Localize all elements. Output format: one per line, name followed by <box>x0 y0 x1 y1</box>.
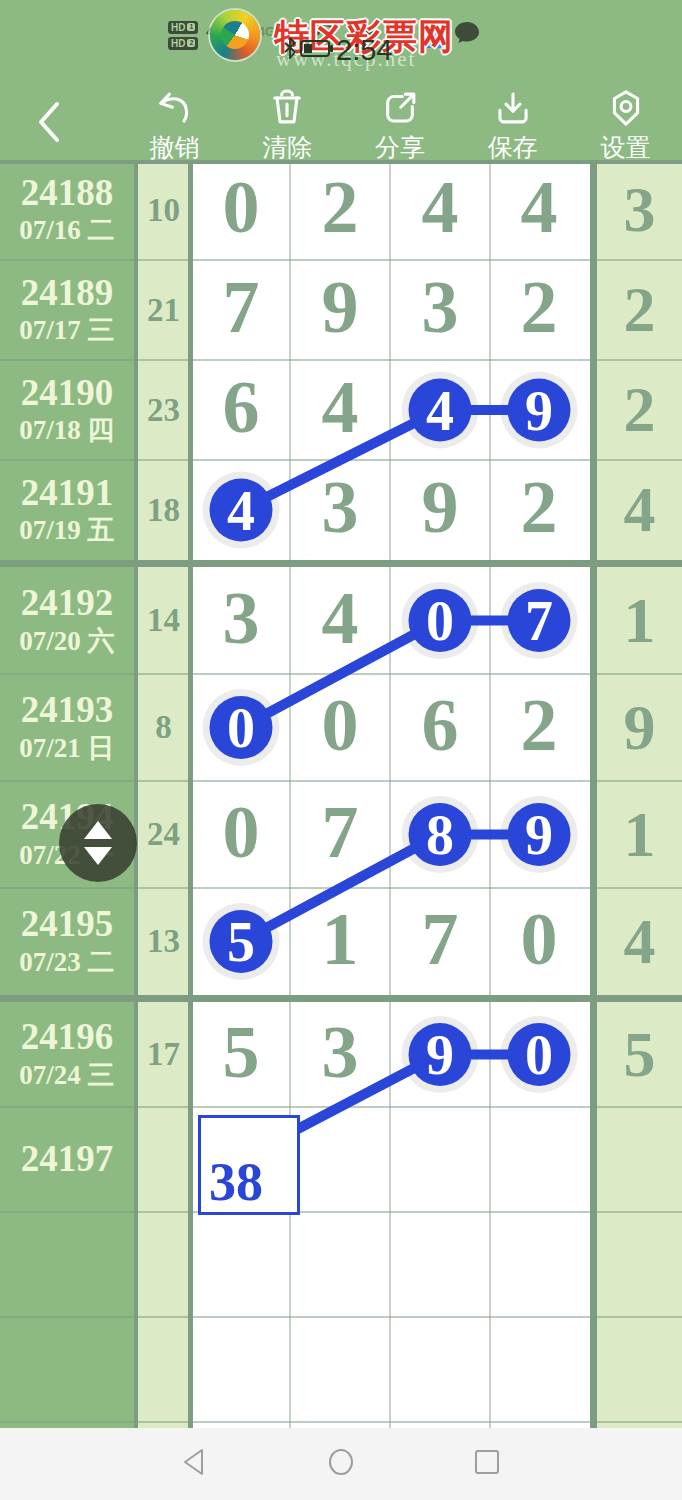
table-row: 2419507/23 二131704 <box>0 888 682 995</box>
status-right: 特区彩票网 www.tqcp.net 2:54 <box>422 0 682 85</box>
tail-value: 5 <box>597 1002 682 1107</box>
tail-value: 1 <box>597 567 682 674</box>
draw-period-label: 2419507/23 二 <box>0 888 134 995</box>
hd2-icon: HD2 <box>168 37 198 50</box>
count-value: 17 <box>136 1002 191 1107</box>
undo-button[interactable]: 撤销 <box>118 85 231 160</box>
row-line <box>0 673 682 675</box>
draw-period-label: 2419107/19 五 <box>0 460 134 560</box>
share-label: 分享 <box>375 134 425 162</box>
digit-cell[interactable]: 6 <box>191 370 291 444</box>
undo-label: 撤销 <box>149 134 199 162</box>
battery-icon <box>300 40 334 62</box>
row-line <box>0 1211 682 1213</box>
clear-label: 清除 <box>262 134 312 162</box>
table-row: 24197 <box>0 1107 682 1212</box>
save-icon <box>493 88 533 132</box>
row-line <box>0 780 682 782</box>
clock-time: 2:54 <box>336 34 392 67</box>
hd1-icon: HD1 <box>168 21 198 34</box>
group-border <box>0 995 682 1002</box>
count-value: 24 <box>136 781 191 888</box>
trash-icon <box>267 88 307 132</box>
settings-icon <box>606 88 646 132</box>
bluetooth-icon <box>283 37 297 63</box>
count-value: 13 <box>136 888 191 995</box>
count-value: 21 <box>136 260 191 360</box>
toolbar: 撤销 清除 分享 保存 设置 <box>0 85 682 160</box>
draw-period-label: 2419007/18 四 <box>0 360 134 460</box>
digit-cell[interactable]: 4 <box>489 170 589 244</box>
table-row <box>0 1212 682 1317</box>
table-row: 2419007/18 四23642 <box>0 360 682 460</box>
draw-period-label: 2419307/21 日 <box>0 674 134 781</box>
app-screen: HD1 HD2 4G 4G 5 ☁ <box>0 0 682 1500</box>
scroll-up-down-button[interactable] <box>59 804 137 882</box>
tail-value: 9 <box>597 674 682 781</box>
undo-icon <box>154 88 194 132</box>
save-label: 保存 <box>488 134 538 162</box>
draw-period-label: 2418907/17 三 <box>0 260 134 360</box>
digit-cell[interactable]: 3 <box>290 470 390 544</box>
count-value: 18 <box>136 460 191 560</box>
count-value: 14 <box>136 567 191 674</box>
row-line <box>0 359 682 361</box>
tail-value: 1 <box>597 781 682 888</box>
nav-back-button[interactable] <box>179 1446 211 1482</box>
digit-cell[interactable]: 4 <box>290 370 390 444</box>
table-row: 2419207/20 六14341 <box>0 567 682 674</box>
row-line <box>0 1421 682 1423</box>
digit-cell[interactable]: 1 <box>290 902 390 976</box>
table-row: 2419607/24 三17535 <box>0 1002 682 1107</box>
row-line <box>0 1316 682 1318</box>
draw-period-label: 2419607/24 三 <box>0 1002 134 1107</box>
draw-period-label: 2419207/20 六 <box>0 567 134 674</box>
digit-cell[interactable]: 4 <box>290 581 390 655</box>
count-value: 23 <box>136 360 191 460</box>
digit-cell[interactable]: 2 <box>489 470 589 544</box>
nav-recents-button[interactable] <box>471 1446 503 1482</box>
group-border <box>0 560 682 567</box>
digit-cell[interactable]: 3 <box>390 270 490 344</box>
trend-chart: 2418807/16 二10024432418907/17 三217932224… <box>0 160 682 1428</box>
table-row: 2418907/17 三2179322 <box>0 260 682 360</box>
share-icon <box>380 88 420 132</box>
save-button[interactable]: 保存 <box>456 85 569 160</box>
share-button[interactable]: 分享 <box>344 85 457 160</box>
digit-cell[interactable]: 0 <box>191 795 291 869</box>
row-line <box>0 1106 682 1108</box>
tail-value: 4 <box>597 460 682 560</box>
row-line <box>0 887 682 889</box>
tail-value: 4 <box>597 888 682 995</box>
count-value: 8 <box>136 674 191 781</box>
count-value: 10 <box>136 160 191 260</box>
table-row: 2419107/19 五183924 <box>0 460 682 560</box>
digit-cell[interactable]: 5 <box>191 1015 291 1089</box>
digit-cell[interactable]: 3 <box>191 581 291 655</box>
digit-cell[interactable]: 6 <box>390 688 490 762</box>
digit-cell[interactable]: 2 <box>489 270 589 344</box>
digit-cell[interactable]: 7 <box>290 795 390 869</box>
draw-period-label <box>0 1317 134 1422</box>
digit-cell[interactable]: 3 <box>290 1015 390 1089</box>
digit-cell[interactable]: 9 <box>290 270 390 344</box>
site-logo-icon <box>210 10 260 60</box>
digit-cell[interactable]: 0 <box>290 688 390 762</box>
clear-button[interactable]: 清除 <box>231 85 344 160</box>
next-draw-prediction-box[interactable]: 38 <box>198 1115 300 1215</box>
hd-voice-icons: HD1 HD2 <box>168 21 198 50</box>
settings-label: 设置 <box>601 134 651 162</box>
table-row: 2419307/21 日80629 <box>0 674 682 781</box>
back-button[interactable] <box>26 97 70 147</box>
tail-value: 2 <box>597 260 682 360</box>
digit-cell[interactable]: 0 <box>191 170 291 244</box>
status-bar: HD1 HD2 4G 4G 5 ☁ <box>0 0 682 85</box>
table-row: 2418807/16 二1002443 <box>0 160 682 260</box>
group-border <box>0 160 682 164</box>
digit-cell[interactable]: 7 <box>191 270 291 344</box>
android-nav-bar <box>0 1428 682 1500</box>
toolbar-buttons: 撤销 清除 分享 保存 设置 <box>118 85 682 160</box>
tail-value: 3 <box>597 160 682 260</box>
row-line <box>0 259 682 261</box>
row-line <box>0 459 682 461</box>
table-row <box>0 1317 682 1422</box>
settings-button[interactable]: 设置 <box>569 85 682 160</box>
nav-home-button[interactable] <box>325 1446 357 1482</box>
draw-period-label: 2418807/16 二 <box>0 160 134 260</box>
digit-cell[interactable]: 4 <box>390 170 490 244</box>
digit-cell[interactable]: 2 <box>290 170 390 244</box>
draw-period-label <box>0 1212 134 1317</box>
digit-cell[interactable]: 7 <box>390 902 490 976</box>
tail-value: 2 <box>597 360 682 460</box>
digit-cell[interactable]: 0 <box>489 902 589 976</box>
digit-cell[interactable]: 9 <box>390 470 490 544</box>
draw-period-label: 24197 <box>0 1107 134 1212</box>
digit-cell[interactable]: 2 <box>489 688 589 762</box>
